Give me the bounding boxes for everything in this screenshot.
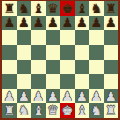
square-h6[interactable] [104, 30, 119, 45]
square-f4[interactable] [75, 60, 90, 75]
square-h1[interactable]: ♜ [104, 103, 119, 118]
square-b4[interactable] [17, 60, 32, 75]
square-g2[interactable]: ♟ [89, 89, 104, 104]
piece-white-king: ♚ [61, 104, 73, 117]
square-g5[interactable] [89, 45, 104, 60]
piece-white-rook: ♜ [105, 104, 117, 117]
square-c3[interactable] [31, 74, 46, 89]
square-a6[interactable] [2, 30, 17, 45]
board-frame: ♜♞♝♛♚♝♞♜♟♟♟♟♟♟♟♟♟♟♟♟♟♟♟♟♜♞♝♛♚♝♞♜ [0, 0, 120, 120]
piece-white-pawn: ♟ [32, 89, 44, 102]
piece-black-pawn: ♟ [3, 16, 15, 29]
square-d1[interactable]: ♛ [46, 103, 61, 118]
square-e4[interactable] [60, 60, 75, 75]
square-h8[interactable]: ♜ [104, 1, 119, 16]
piece-black-king: ♚ [61, 1, 73, 14]
square-f3[interactable] [75, 74, 90, 89]
chess-board: ♜♞♝♛♚♝♞♜♟♟♟♟♟♟♟♟♟♟♟♟♟♟♟♟♜♞♝♛♚♝♞♜ [2, 1, 118, 118]
square-h7[interactable]: ♟ [104, 16, 119, 31]
square-d2[interactable]: ♟ [46, 89, 61, 104]
square-e6[interactable] [60, 30, 75, 45]
square-g4[interactable] [89, 60, 104, 75]
square-g6[interactable] [89, 30, 104, 45]
square-c5[interactable] [31, 45, 46, 60]
piece-white-pawn: ♟ [18, 89, 30, 102]
square-h4[interactable] [104, 60, 119, 75]
square-b7[interactable]: ♟ [17, 16, 32, 31]
piece-white-pawn: ♟ [105, 89, 117, 102]
piece-black-pawn: ♟ [105, 16, 117, 29]
square-f2[interactable]: ♟ [75, 89, 90, 104]
square-a2[interactable]: ♟ [2, 89, 17, 104]
piece-white-pawn: ♟ [76, 89, 88, 102]
piece-white-bishop: ♝ [32, 104, 44, 117]
square-a4[interactable] [2, 60, 17, 75]
square-d6[interactable] [46, 30, 61, 45]
square-b5[interactable] [17, 45, 32, 60]
square-c8[interactable]: ♝ [31, 1, 46, 16]
square-f6[interactable] [75, 30, 90, 45]
square-g8[interactable]: ♞ [89, 1, 104, 16]
piece-white-queen: ♛ [47, 104, 59, 117]
square-f7[interactable]: ♟ [75, 16, 90, 31]
square-a3[interactable] [2, 74, 17, 89]
square-e3[interactable] [60, 74, 75, 89]
square-d4[interactable] [46, 60, 61, 75]
piece-black-queen: ♛ [47, 1, 59, 14]
square-g3[interactable] [89, 74, 104, 89]
piece-black-pawn: ♟ [76, 16, 88, 29]
square-a5[interactable] [2, 45, 17, 60]
piece-white-knight: ♞ [18, 104, 30, 117]
piece-white-knight: ♞ [90, 104, 102, 117]
square-a8[interactable]: ♜ [2, 1, 17, 16]
square-d3[interactable] [46, 74, 61, 89]
square-b8[interactable]: ♞ [17, 1, 32, 16]
piece-black-bishop: ♝ [76, 1, 88, 14]
square-g1[interactable]: ♞ [89, 103, 104, 118]
square-f1[interactable]: ♝ [75, 103, 90, 118]
piece-white-pawn: ♟ [3, 89, 15, 102]
square-a7[interactable]: ♟ [2, 16, 17, 31]
square-f8[interactable]: ♝ [75, 1, 90, 16]
square-d5[interactable] [46, 45, 61, 60]
square-d8[interactable]: ♛ [46, 1, 61, 16]
piece-black-pawn: ♟ [61, 16, 73, 29]
square-b6[interactable] [17, 30, 32, 45]
piece-white-pawn: ♟ [47, 89, 59, 102]
square-a1[interactable]: ♜ [2, 103, 17, 118]
square-c7[interactable]: ♟ [31, 16, 46, 31]
square-e1[interactable]: ♚ [60, 103, 75, 118]
square-d7[interactable]: ♟ [46, 16, 61, 31]
piece-white-bishop: ♝ [76, 104, 88, 117]
piece-black-bishop: ♝ [32, 1, 44, 14]
piece-black-rook: ♜ [105, 1, 117, 14]
piece-black-pawn: ♟ [32, 16, 44, 29]
square-h5[interactable] [104, 45, 119, 60]
piece-black-pawn: ♟ [90, 16, 102, 29]
square-e5[interactable] [60, 45, 75, 60]
square-e8[interactable]: ♚ [60, 1, 75, 16]
piece-black-knight: ♞ [90, 1, 102, 14]
piece-white-rook: ♜ [3, 104, 15, 117]
square-h3[interactable] [104, 74, 119, 89]
square-c1[interactable]: ♝ [31, 103, 46, 118]
piece-white-pawn: ♟ [61, 89, 73, 102]
piece-black-pawn: ♟ [47, 16, 59, 29]
piece-black-knight: ♞ [18, 1, 30, 14]
piece-black-rook: ♜ [3, 1, 15, 14]
square-e2[interactable]: ♟ [60, 89, 75, 104]
square-b3[interactable] [17, 74, 32, 89]
square-g7[interactable]: ♟ [89, 16, 104, 31]
square-b2[interactable]: ♟ [17, 89, 32, 104]
square-h2[interactable]: ♟ [104, 89, 119, 104]
square-c2[interactable]: ♟ [31, 89, 46, 104]
piece-white-pawn: ♟ [90, 89, 102, 102]
square-e7[interactable]: ♟ [60, 16, 75, 31]
square-f5[interactable] [75, 45, 90, 60]
square-c4[interactable] [31, 60, 46, 75]
square-b1[interactable]: ♞ [17, 103, 32, 118]
piece-black-pawn: ♟ [18, 16, 30, 29]
square-c6[interactable] [31, 30, 46, 45]
